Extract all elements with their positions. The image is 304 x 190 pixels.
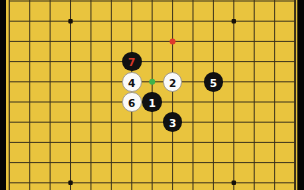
stone-6-white: 6 bbox=[122, 92, 142, 112]
red-dot-marker bbox=[170, 38, 176, 44]
stone-3-black: 3 bbox=[163, 112, 183, 132]
stone-5-black: 5 bbox=[204, 72, 224, 92]
stone-4-white: 4 bbox=[122, 72, 142, 92]
stone-move-number: 6 bbox=[128, 97, 135, 108]
stone-2-white: 2 bbox=[163, 72, 183, 92]
stone-move-number: 1 bbox=[149, 97, 156, 108]
stone-move-number: 2 bbox=[169, 77, 176, 88]
stone-move-number: 5 bbox=[210, 77, 217, 88]
gomoku-screenshot-root: 1234567 bbox=[0, 0, 304, 190]
stone-7-black: 7 bbox=[122, 52, 142, 72]
star-point bbox=[232, 19, 236, 23]
star-point bbox=[232, 181, 236, 185]
star-point bbox=[68, 181, 72, 185]
star-point bbox=[68, 19, 72, 23]
stone-move-number: 4 bbox=[128, 77, 135, 88]
stone-move-number: 3 bbox=[169, 117, 176, 128]
green-dot-marker bbox=[149, 79, 155, 85]
stone-move-number: 7 bbox=[128, 57, 135, 68]
stone-1-black: 1 bbox=[142, 92, 162, 112]
